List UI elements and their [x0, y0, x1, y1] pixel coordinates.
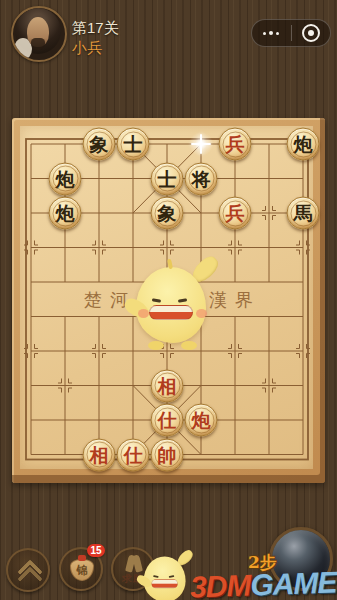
chick-beak	[151, 579, 177, 588]
watermark-3dm: 3DM	[189, 568, 250, 600]
black-piece-将[interactable]: 将	[185, 162, 218, 195]
black-piece-馬[interactable]: 馬	[287, 197, 320, 230]
watermark: 3DMGAME	[189, 565, 336, 600]
red-piece-仕[interactable]: 仕	[117, 438, 150, 471]
app-screen: 第17关 小兵 楚河 漢界	[0, 0, 337, 600]
black-piece-炮[interactable]: 炮	[49, 197, 82, 230]
xiangqi-board[interactable]: 楚河 漢界 象士兵炮炮士将炮象兵馬相仕炮相仕帥	[12, 118, 325, 483]
chick-beak	[149, 305, 193, 320]
more-dots-icon	[263, 31, 279, 35]
expand-menu-button[interactable]	[6, 548, 50, 592]
black-piece-象[interactable]: 象	[151, 197, 184, 230]
hint-bag-icon: 锦	[70, 559, 94, 581]
chick-foot	[181, 341, 197, 350]
black-piece-炮[interactable]: 炮	[287, 128, 320, 161]
chick-foot	[148, 341, 164, 350]
red-piece-炮[interactable]: 炮	[185, 404, 218, 437]
red-piece-兵[interactable]: 兵	[219, 197, 252, 230]
red-piece-相[interactable]: 相	[83, 438, 116, 471]
chick-tuft	[167, 259, 173, 270]
red-piece-兵[interactable]: 兵	[219, 128, 252, 161]
red-piece-帥[interactable]: 帥	[151, 438, 184, 471]
difficulty-label: 小兵	[72, 39, 102, 58]
hint-bag-button[interactable]: 锦 15	[59, 547, 103, 591]
hint-count-badge: 15	[87, 544, 105, 557]
more-options-button[interactable]	[252, 20, 291, 46]
black-piece-士[interactable]: 士	[117, 128, 150, 161]
home-target-icon	[302, 24, 320, 42]
watermark-game: GAME	[250, 565, 337, 600]
mascot-chick-board	[130, 253, 215, 348]
chick-blush	[138, 309, 149, 318]
avatar-beard	[31, 38, 45, 50]
red-piece-仕[interactable]: 仕	[151, 404, 184, 437]
mascot-chick-footer	[140, 548, 191, 600]
black-piece-象[interactable]: 象	[83, 128, 116, 161]
exit-button[interactable]	[292, 20, 331, 46]
chick-blush	[196, 309, 207, 318]
last-move-sparkle-icon	[188, 131, 214, 157]
black-piece-炮[interactable]: 炮	[49, 162, 82, 195]
chick-body	[144, 556, 186, 600]
level-label: 第17关	[72, 19, 119, 38]
wechat-capsule	[251, 19, 331, 47]
red-piece-相[interactable]: 相	[151, 369, 184, 402]
player-avatar[interactable]	[11, 6, 67, 62]
river-label-right: 漢界	[209, 288, 261, 312]
black-piece-士[interactable]: 士	[151, 162, 184, 195]
